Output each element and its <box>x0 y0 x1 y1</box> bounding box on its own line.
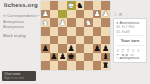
square-e4[interactable] <box>76 36 85 45</box>
square-f7[interactable] <box>84 10 93 19</box>
piece-white-pawn[interactable]: ♟ <box>94 10 101 17</box>
game-meta-sidebar: ∞ Correspondence • Casual Anonymous Anon… <box>3 13 39 38</box>
square-f3[interactable] <box>84 44 93 53</box>
move-list-line-1[interactable]: 44. Kc7 Rh1 <box>116 25 144 28</box>
square-g2[interactable] <box>93 53 102 62</box>
square-b7[interactable] <box>50 10 59 19</box>
square-b4[interactable] <box>50 36 59 45</box>
square-e8[interactable]: ♞ <box>76 1 85 10</box>
piece-white-pawn[interactable]: ♟ <box>102 10 109 17</box>
black-player-name[interactable]: Anonymous <box>3 24 39 30</box>
square-a2[interactable] <box>41 53 50 62</box>
square-f5[interactable] <box>84 27 93 36</box>
square-a5[interactable] <box>41 27 50 36</box>
square-b8[interactable] <box>50 1 59 10</box>
square-b1[interactable] <box>50 61 59 70</box>
square-c2[interactable]: ♟ <box>58 53 67 62</box>
move-list-line-2[interactable]: 45. Kxd8 <box>116 30 144 33</box>
piece-black-pawn[interactable]: ♟ <box>94 44 101 52</box>
chess-board[interactable]: ♚♞♟♟♟♞♟♞♟♟♟♟♟♟♚♝♜ <box>41 1 110 70</box>
square-e2[interactable] <box>76 53 85 62</box>
square-h3[interactable]: ♟ <box>101 44 110 53</box>
square-d6[interactable] <box>67 18 76 27</box>
square-b2[interactable]: ♟ <box>50 53 59 62</box>
piece-black-pawn[interactable]: ♟ <box>42 44 49 52</box>
piece-black-pawn[interactable]: ♟ <box>102 44 109 52</box>
piece-white-pawn[interactable]: ♟ <box>59 19 66 27</box>
piece-black-bishop[interactable]: ♝ <box>102 53 109 61</box>
square-c1[interactable] <box>58 61 67 70</box>
gear-icon[interactable]: ⚙ <box>119 12 123 17</box>
square-b3[interactable] <box>50 44 59 53</box>
piece-white-pawn[interactable]: ♟ <box>42 10 49 17</box>
square-a7[interactable]: ♟ <box>41 10 50 19</box>
piece-black-rook[interactable]: ♜ <box>102 62 109 70</box>
square-e7[interactable] <box>76 10 85 19</box>
chat-panel[interactable]: Chat room Sign in to chat <box>2 71 36 81</box>
square-c7[interactable] <box>58 10 67 19</box>
square-f1[interactable] <box>84 61 93 70</box>
player-top-row: ● Anonymous <box>116 21 144 24</box>
square-g7[interactable]: ♟ <box>93 10 102 19</box>
square-h6[interactable] <box>101 18 110 27</box>
square-d7[interactable] <box>67 10 76 19</box>
player-top-name[interactable]: Anonymous <box>119 21 139 24</box>
square-d8[interactable]: ♚ <box>67 1 76 10</box>
square-g5[interactable] <box>93 27 102 36</box>
more-icon[interactable]: ⋮ <box>124 12 128 17</box>
player-bottom-icon: ○ <box>116 57 118 60</box>
square-h7[interactable]: ♟ <box>101 10 110 19</box>
square-h4[interactable] <box>101 36 110 45</box>
square-g6[interactable] <box>93 18 102 27</box>
square-d2[interactable]: ♚ <box>67 53 76 62</box>
square-a8[interactable] <box>41 1 50 10</box>
player-bottom-row: ○ Anonymous <box>116 57 144 60</box>
piece-white-king[interactable]: ♚ <box>68 1 75 9</box>
piece-black-pawn[interactable]: ♟ <box>68 44 75 52</box>
square-c5[interactable] <box>58 27 67 36</box>
square-e5[interactable] <box>76 27 85 36</box>
piece-black-pawn[interactable]: ♟ <box>59 53 66 61</box>
square-a4[interactable] <box>41 36 50 45</box>
square-c3[interactable] <box>58 44 67 53</box>
square-h1[interactable]: ♜ <box>101 61 110 70</box>
board-tools-row: ⛶ ⚙ ⋮ <box>113 12 148 17</box>
square-f6[interactable]: ♞ <box>84 18 93 27</box>
square-c8[interactable] <box>58 1 67 10</box>
square-d5[interactable] <box>67 27 76 36</box>
square-a1[interactable] <box>41 61 50 70</box>
square-f2[interactable] <box>84 53 93 62</box>
square-d1[interactable] <box>67 61 76 70</box>
square-c6[interactable]: ♟ <box>58 18 67 27</box>
turn-status-box: Your turn <box>116 35 144 46</box>
square-g1[interactable] <box>93 61 102 70</box>
square-e6[interactable] <box>76 18 85 27</box>
player-top-icon: ● <box>116 21 118 24</box>
lichess-logo[interactable]: lichess.org <box>4 2 38 8</box>
square-a6[interactable]: ♞ <box>41 18 50 27</box>
right-panel: ⛶ ⚙ ⋮ ● Anonymous 44. Kc7 Rh1 45. Kxd8 Y… <box>113 12 148 63</box>
piece-black-king[interactable]: ♚ <box>68 53 75 61</box>
square-e1[interactable] <box>76 61 85 70</box>
square-f4[interactable] <box>84 36 93 45</box>
piece-white-knight[interactable]: ♞ <box>42 19 49 27</box>
game-status-text: Black to play <box>3 33 39 39</box>
turn-status-title: Your turn <box>116 38 144 43</box>
game-side-card: ● Anonymous 44. Kc7 Rh1 45. Kxd8 Your tu… <box>113 18 147 63</box>
square-d4[interactable] <box>67 36 76 45</box>
captured-pieces-row: ♕ ♖ ♖ ♗ ♗ <box>116 48 144 52</box>
square-h2[interactable]: ♝ <box>101 53 110 62</box>
square-c4[interactable] <box>58 36 67 45</box>
square-f8[interactable] <box>84 1 93 10</box>
square-e3[interactable] <box>76 44 85 53</box>
piece-black-knight[interactable]: ♞ <box>76 1 83 9</box>
square-h5[interactable] <box>101 27 110 36</box>
square-g8[interactable] <box>93 1 102 10</box>
piece-black-pawn[interactable]: ♟ <box>51 53 58 61</box>
square-a3[interactable]: ♟ <box>41 44 50 53</box>
piece-white-knight[interactable]: ♞ <box>85 19 92 27</box>
square-b6[interactable] <box>50 18 59 27</box>
square-g4[interactable] <box>93 36 102 45</box>
player-bottom-name[interactable]: Anonymous <box>119 57 139 60</box>
chat-signin-hint: Sign in to chat <box>4 76 34 80</box>
square-g3[interactable]: ♟ <box>93 44 102 53</box>
square-b5[interactable] <box>50 27 59 36</box>
square-d3[interactable]: ♟ <box>67 44 76 53</box>
square-h8[interactable] <box>101 1 110 10</box>
fullscreen-icon[interactable]: ⛶ <box>114 12 117 17</box>
